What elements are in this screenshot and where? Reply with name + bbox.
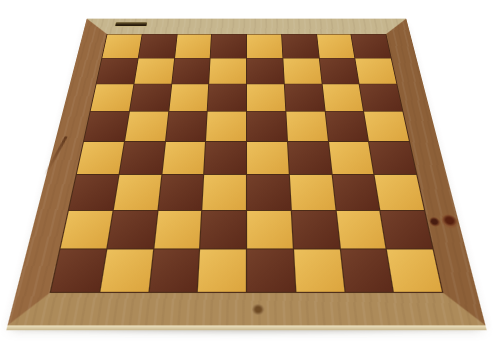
square-h6 bbox=[359, 84, 402, 111]
square-g4 bbox=[328, 141, 373, 173]
square-a5 bbox=[84, 111, 129, 140]
square-h8 bbox=[351, 34, 390, 57]
square-a8 bbox=[102, 34, 141, 57]
square-f7 bbox=[283, 58, 321, 83]
square-d1 bbox=[198, 249, 246, 291]
square-f1 bbox=[293, 249, 343, 291]
square-d2 bbox=[200, 210, 246, 248]
wood-knot bbox=[428, 217, 440, 226]
square-c1 bbox=[149, 249, 199, 291]
wood-crack bbox=[43, 136, 67, 175]
square-g6 bbox=[322, 84, 363, 111]
square-g7 bbox=[319, 58, 358, 83]
square-f3 bbox=[289, 174, 334, 209]
square-a6 bbox=[90, 84, 133, 111]
square-c6 bbox=[168, 84, 208, 111]
square-b6 bbox=[129, 84, 170, 111]
square-c7 bbox=[171, 58, 209, 83]
square-b7 bbox=[134, 58, 173, 83]
square-e7 bbox=[246, 58, 283, 83]
square-h4 bbox=[369, 141, 416, 173]
square-a3 bbox=[69, 174, 118, 209]
square-h1 bbox=[387, 249, 442, 291]
square-d6 bbox=[207, 84, 245, 111]
square-a7 bbox=[96, 58, 137, 83]
square-b2 bbox=[107, 210, 157, 248]
square-f8 bbox=[281, 34, 318, 57]
square-c2 bbox=[153, 210, 201, 248]
wood-knot bbox=[251, 304, 263, 314]
square-c3 bbox=[158, 174, 203, 209]
square-f2 bbox=[291, 210, 339, 248]
square-a1 bbox=[51, 249, 106, 291]
photo-background bbox=[0, 0, 500, 343]
chess-board bbox=[7, 18, 485, 325]
square-e1 bbox=[247, 249, 295, 291]
square-e5 bbox=[246, 111, 286, 140]
square-g1 bbox=[340, 249, 392, 291]
square-d4 bbox=[204, 141, 246, 173]
square-e6 bbox=[246, 84, 284, 111]
square-e8 bbox=[246, 34, 281, 57]
square-d8 bbox=[210, 34, 245, 57]
square-c8 bbox=[174, 34, 211, 57]
board-squares bbox=[49, 33, 443, 292]
square-e3 bbox=[247, 174, 290, 209]
square-f4 bbox=[287, 141, 330, 173]
square-h5 bbox=[364, 111, 409, 140]
square-h2 bbox=[380, 210, 432, 248]
square-c5 bbox=[165, 111, 206, 140]
square-b3 bbox=[113, 174, 160, 209]
square-e2 bbox=[247, 210, 293, 248]
square-b4 bbox=[119, 141, 164, 173]
square-f6 bbox=[284, 84, 324, 111]
square-h7 bbox=[355, 58, 396, 83]
square-a4 bbox=[76, 141, 123, 173]
square-b1 bbox=[100, 249, 152, 291]
square-d5 bbox=[206, 111, 246, 140]
square-g3 bbox=[332, 174, 379, 209]
square-a2 bbox=[60, 210, 112, 248]
square-g8 bbox=[316, 34, 354, 57]
square-d7 bbox=[209, 58, 246, 83]
square-e4 bbox=[247, 141, 289, 173]
square-b8 bbox=[138, 34, 176, 57]
square-f5 bbox=[286, 111, 327, 140]
hinge-plate bbox=[115, 22, 147, 26]
square-h3 bbox=[374, 174, 423, 209]
wood-knot bbox=[440, 214, 459, 228]
square-d3 bbox=[202, 174, 245, 209]
square-c4 bbox=[161, 141, 204, 173]
square-g2 bbox=[336, 210, 386, 248]
square-b5 bbox=[124, 111, 167, 140]
square-g5 bbox=[325, 111, 368, 140]
